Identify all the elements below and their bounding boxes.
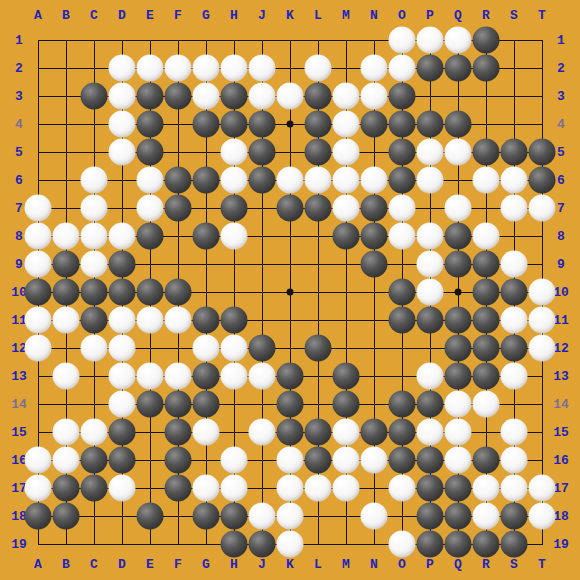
white-stone-b13 <box>53 363 80 390</box>
column-label-bottom-h: H <box>230 557 238 572</box>
row-label-right-8: 8 <box>557 229 565 244</box>
black-stone-q12 <box>445 335 472 362</box>
black-stone-k14 <box>277 391 304 418</box>
white-stone-c7 <box>81 195 108 222</box>
white-stone-k17 <box>277 475 304 502</box>
black-stone-c17 <box>81 475 108 502</box>
row-label-right-11: 11 <box>553 313 569 328</box>
black-stone-c10 <box>81 279 108 306</box>
white-stone-p6 <box>417 167 444 194</box>
white-stone-o2 <box>389 55 416 82</box>
white-stone-k19 <box>277 531 304 558</box>
row-label-left-2: 2 <box>15 61 23 76</box>
black-stone-o14 <box>389 391 416 418</box>
black-stone-q8 <box>445 223 472 250</box>
column-label-top-g: G <box>202 8 210 23</box>
white-stone-d5 <box>109 139 136 166</box>
white-stone-o8 <box>389 223 416 250</box>
black-stone-d16 <box>109 447 136 474</box>
black-stone-o5 <box>389 139 416 166</box>
black-stone-n9 <box>361 251 388 278</box>
white-stone-s7 <box>501 195 528 222</box>
black-stone-r11 <box>473 307 500 334</box>
white-stone-r14 <box>473 391 500 418</box>
white-stone-d13 <box>109 363 136 390</box>
black-stone-m14 <box>333 391 360 418</box>
row-label-left-9: 9 <box>15 257 23 272</box>
white-stone-k3 <box>277 83 304 110</box>
black-stone-g14 <box>193 391 220 418</box>
white-stone-a9 <box>25 251 52 278</box>
white-stone-a12 <box>25 335 52 362</box>
black-stone-e14 <box>137 391 164 418</box>
white-stone-m3 <box>333 83 360 110</box>
white-stone-h16 <box>221 447 248 474</box>
column-label-bottom-e: E <box>146 557 154 572</box>
black-stone-t5 <box>529 139 556 166</box>
white-stone-r6 <box>473 167 500 194</box>
black-stone-p14 <box>417 391 444 418</box>
white-stone-n18 <box>361 503 388 530</box>
black-stone-h18 <box>221 503 248 530</box>
black-stone-n7 <box>361 195 388 222</box>
column-label-bottom-d: D <box>118 557 126 572</box>
row-label-left-3: 3 <box>15 89 23 104</box>
black-stone-b18 <box>53 503 80 530</box>
black-stone-e4 <box>137 111 164 138</box>
white-stone-q7 <box>445 195 472 222</box>
black-stone-r19 <box>473 531 500 558</box>
black-stone-e5 <box>137 139 164 166</box>
black-stone-j19 <box>249 531 276 558</box>
column-label-bottom-a: A <box>34 557 42 572</box>
white-stone-b8 <box>53 223 80 250</box>
white-stone-n3 <box>361 83 388 110</box>
column-label-bottom-p: P <box>426 557 434 572</box>
column-label-top-d: D <box>118 8 126 23</box>
row-label-right-19: 19 <box>553 537 569 552</box>
black-stone-q2 <box>445 55 472 82</box>
row-label-left-14: 14 <box>11 397 27 412</box>
column-label-bottom-g: G <box>202 557 210 572</box>
black-stone-k7 <box>277 195 304 222</box>
row-label-right-9: 9 <box>557 257 565 272</box>
white-stone-r18 <box>473 503 500 530</box>
column-label-bottom-o: O <box>398 557 406 572</box>
row-label-left-5: 5 <box>15 145 23 160</box>
black-stone-k13 <box>277 363 304 390</box>
white-stone-m7 <box>333 195 360 222</box>
white-stone-s11 <box>501 307 528 334</box>
white-stone-s6 <box>501 167 528 194</box>
white-stone-e7 <box>137 195 164 222</box>
black-stone-f15 <box>165 419 192 446</box>
column-label-bottom-r: R <box>482 557 490 572</box>
black-stone-l4 <box>305 111 332 138</box>
row-label-right-7: 7 <box>557 201 565 216</box>
black-stone-j5 <box>249 139 276 166</box>
white-stone-q15 <box>445 419 472 446</box>
black-stone-d10 <box>109 279 136 306</box>
white-stone-k6 <box>277 167 304 194</box>
row-label-left-4: 4 <box>15 117 23 132</box>
white-stone-g15 <box>193 419 220 446</box>
black-stone-p2 <box>417 55 444 82</box>
column-label-top-k: K <box>286 8 294 23</box>
column-label-top-b: B <box>62 8 70 23</box>
black-stone-a18 <box>25 503 52 530</box>
white-stone-h6 <box>221 167 248 194</box>
column-label-top-n: N <box>370 8 378 23</box>
row-label-right-4: 4 <box>557 117 565 132</box>
row-label-right-1: 1 <box>557 33 565 48</box>
white-stone-a17 <box>25 475 52 502</box>
black-stone-s19 <box>501 531 528 558</box>
black-stone-r12 <box>473 335 500 362</box>
white-stone-p5 <box>417 139 444 166</box>
white-stone-g17 <box>193 475 220 502</box>
black-stone-s18 <box>501 503 528 530</box>
column-label-bottom-k: K <box>286 557 294 572</box>
column-label-top-a: A <box>34 8 42 23</box>
black-stone-m8 <box>333 223 360 250</box>
white-stone-p1 <box>417 27 444 54</box>
black-stone-e3 <box>137 83 164 110</box>
column-label-bottom-s: S <box>510 557 518 572</box>
star-point-k10 <box>287 289 294 296</box>
white-stone-j2 <box>249 55 276 82</box>
white-stone-s17 <box>501 475 528 502</box>
black-stone-e18 <box>137 503 164 530</box>
black-stone-h19 <box>221 531 248 558</box>
column-label-bottom-c: C <box>90 557 98 572</box>
white-stone-d8 <box>109 223 136 250</box>
white-stone-n2 <box>361 55 388 82</box>
black-stone-m13 <box>333 363 360 390</box>
white-stone-m17 <box>333 475 360 502</box>
column-label-top-c: C <box>90 8 98 23</box>
white-stone-d3 <box>109 83 136 110</box>
column-label-top-j: J <box>258 8 266 23</box>
black-stone-o15 <box>389 419 416 446</box>
black-stone-q18 <box>445 503 472 530</box>
black-stone-r5 <box>473 139 500 166</box>
go-board[interactable]: AABBCCDDEEFFGGHHJJKKLLMMNNOOPPQQRRSSTT11… <box>0 0 580 580</box>
black-stone-f14 <box>165 391 192 418</box>
column-label-bottom-j: J <box>258 557 266 572</box>
black-stone-b9 <box>53 251 80 278</box>
white-stone-p10 <box>417 279 444 306</box>
black-stone-o11 <box>389 307 416 334</box>
white-stone-o1 <box>389 27 416 54</box>
black-stone-b10 <box>53 279 80 306</box>
white-stone-p9 <box>417 251 444 278</box>
white-stone-s9 <box>501 251 528 278</box>
black-stone-a10 <box>25 279 52 306</box>
column-label-bottom-m: M <box>342 557 350 572</box>
white-stone-e13 <box>137 363 164 390</box>
black-stone-q9 <box>445 251 472 278</box>
black-stone-j4 <box>249 111 276 138</box>
white-stone-a8 <box>25 223 52 250</box>
black-stone-l5 <box>305 139 332 166</box>
row-label-left-13: 13 <box>11 369 27 384</box>
black-stone-e10 <box>137 279 164 306</box>
black-stone-l12 <box>305 335 332 362</box>
white-stone-h13 <box>221 363 248 390</box>
white-stone-b11 <box>53 307 80 334</box>
white-stone-l2 <box>305 55 332 82</box>
black-stone-g18 <box>193 503 220 530</box>
black-stone-r10 <box>473 279 500 306</box>
black-stone-q4 <box>445 111 472 138</box>
white-stone-k16 <box>277 447 304 474</box>
black-stone-n8 <box>361 223 388 250</box>
black-stone-g13 <box>193 363 220 390</box>
row-label-right-3: 3 <box>557 89 565 104</box>
column-label-bottom-q: Q <box>454 557 462 572</box>
white-stone-t7 <box>529 195 556 222</box>
black-stone-d9 <box>109 251 136 278</box>
black-stone-c3 <box>81 83 108 110</box>
white-stone-s13 <box>501 363 528 390</box>
white-stone-t11 <box>529 307 556 334</box>
black-stone-p18 <box>417 503 444 530</box>
black-stone-p19 <box>417 531 444 558</box>
white-stone-b15 <box>53 419 80 446</box>
white-stone-k18 <box>277 503 304 530</box>
black-stone-g4 <box>193 111 220 138</box>
white-stone-o17 <box>389 475 416 502</box>
column-label-bottom-n: N <box>370 557 378 572</box>
white-stone-d12 <box>109 335 136 362</box>
column-label-top-h: H <box>230 8 238 23</box>
white-stone-m15 <box>333 419 360 446</box>
black-stone-q13 <box>445 363 472 390</box>
white-stone-h2 <box>221 55 248 82</box>
row-label-left-7: 7 <box>15 201 23 216</box>
row-label-right-6: 6 <box>557 173 565 188</box>
white-stone-g12 <box>193 335 220 362</box>
column-label-top-p: P <box>426 8 434 23</box>
black-stone-g8 <box>193 223 220 250</box>
black-stone-n4 <box>361 111 388 138</box>
white-stone-h5 <box>221 139 248 166</box>
column-label-top-f: F <box>174 8 182 23</box>
white-stone-c8 <box>81 223 108 250</box>
white-stone-d17 <box>109 475 136 502</box>
white-stone-j15 <box>249 419 276 446</box>
row-label-right-15: 15 <box>553 425 569 440</box>
white-stone-h17 <box>221 475 248 502</box>
black-stone-e8 <box>137 223 164 250</box>
white-stone-g2 <box>193 55 220 82</box>
white-stone-q14 <box>445 391 472 418</box>
black-stone-l3 <box>305 83 332 110</box>
black-stone-s10 <box>501 279 528 306</box>
column-label-bottom-f: F <box>174 557 182 572</box>
row-label-right-10: 10 <box>553 285 569 300</box>
row-label-right-18: 18 <box>553 509 569 524</box>
row-label-right-5: 5 <box>557 145 565 160</box>
row-label-right-14: 14 <box>553 397 569 412</box>
white-stone-m16 <box>333 447 360 474</box>
column-label-top-r: R <box>482 8 490 23</box>
white-stone-b16 <box>53 447 80 474</box>
black-stone-o10 <box>389 279 416 306</box>
white-stone-m6 <box>333 167 360 194</box>
white-stone-p15 <box>417 419 444 446</box>
black-stone-p4 <box>417 111 444 138</box>
black-stone-o3 <box>389 83 416 110</box>
black-stone-q11 <box>445 307 472 334</box>
column-label-top-l: L <box>314 8 322 23</box>
row-label-left-19: 19 <box>11 537 27 552</box>
white-stone-s16 <box>501 447 528 474</box>
white-stone-c12 <box>81 335 108 362</box>
white-stone-j18 <box>249 503 276 530</box>
white-stone-t10 <box>529 279 556 306</box>
black-stone-f16 <box>165 447 192 474</box>
black-stone-o6 <box>389 167 416 194</box>
black-stone-q19 <box>445 531 472 558</box>
black-stone-g11 <box>193 307 220 334</box>
white-stone-a16 <box>25 447 52 474</box>
column-label-bottom-b: B <box>62 557 70 572</box>
black-stone-t6 <box>529 167 556 194</box>
white-stone-h8 <box>221 223 248 250</box>
black-stone-h7 <box>221 195 248 222</box>
row-label-left-8: 8 <box>15 229 23 244</box>
black-stone-n15 <box>361 419 388 446</box>
white-stone-j13 <box>249 363 276 390</box>
row-label-right-16: 16 <box>553 453 569 468</box>
white-stone-d2 <box>109 55 136 82</box>
black-stone-o4 <box>389 111 416 138</box>
black-stone-c11 <box>81 307 108 334</box>
white-stone-g3 <box>193 83 220 110</box>
column-label-bottom-l: L <box>314 557 322 572</box>
white-stone-p13 <box>417 363 444 390</box>
column-label-top-m: M <box>342 8 350 23</box>
white-stone-m5 <box>333 139 360 166</box>
column-label-top-e: E <box>146 8 154 23</box>
black-stone-l15 <box>305 419 332 446</box>
black-stone-h11 <box>221 307 248 334</box>
white-stone-q5 <box>445 139 472 166</box>
white-stone-o19 <box>389 531 416 558</box>
black-stone-j12 <box>249 335 276 362</box>
black-stone-s5 <box>501 139 528 166</box>
black-stone-j6 <box>249 167 276 194</box>
black-stone-f6 <box>165 167 192 194</box>
black-stone-r2 <box>473 55 500 82</box>
white-stone-n6 <box>361 167 388 194</box>
white-stone-m4 <box>333 111 360 138</box>
row-label-right-17: 17 <box>553 481 569 496</box>
white-stone-f2 <box>165 55 192 82</box>
white-stone-e2 <box>137 55 164 82</box>
black-stone-f10 <box>165 279 192 306</box>
white-stone-f13 <box>165 363 192 390</box>
black-stone-q17 <box>445 475 472 502</box>
white-stone-s15 <box>501 419 528 446</box>
white-stone-a11 <box>25 307 52 334</box>
star-point-k4 <box>287 121 294 128</box>
white-stone-e11 <box>137 307 164 334</box>
white-stone-a7 <box>25 195 52 222</box>
column-label-bottom-t: T <box>538 557 546 572</box>
column-label-top-t: T <box>538 8 546 23</box>
white-stone-r8 <box>473 223 500 250</box>
white-stone-r17 <box>473 475 500 502</box>
white-stone-c15 <box>81 419 108 446</box>
star-point-q10 <box>455 289 462 296</box>
row-label-right-13: 13 <box>553 369 569 384</box>
black-stone-k15 <box>277 419 304 446</box>
row-label-left-1: 1 <box>15 33 23 48</box>
white-stone-p8 <box>417 223 444 250</box>
black-stone-r1 <box>473 27 500 54</box>
black-stone-b17 <box>53 475 80 502</box>
column-label-top-o: O <box>398 8 406 23</box>
white-stone-o7 <box>389 195 416 222</box>
black-stone-l16 <box>305 447 332 474</box>
white-stone-j3 <box>249 83 276 110</box>
white-stone-n16 <box>361 447 388 474</box>
black-stone-o16 <box>389 447 416 474</box>
row-label-left-15: 15 <box>11 425 27 440</box>
black-stone-s12 <box>501 335 528 362</box>
white-stone-f11 <box>165 307 192 334</box>
black-stone-g6 <box>193 167 220 194</box>
black-stone-p17 <box>417 475 444 502</box>
black-stone-c16 <box>81 447 108 474</box>
white-stone-d11 <box>109 307 136 334</box>
row-label-right-12: 12 <box>553 341 569 356</box>
black-stone-r9 <box>473 251 500 278</box>
white-stone-e6 <box>137 167 164 194</box>
white-stone-q16 <box>445 447 472 474</box>
black-stone-p11 <box>417 307 444 334</box>
row-label-right-2: 2 <box>557 61 565 76</box>
black-stone-d15 <box>109 419 136 446</box>
black-stone-f17 <box>165 475 192 502</box>
white-stone-d14 <box>109 391 136 418</box>
black-stone-p16 <box>417 447 444 474</box>
column-label-top-q: Q <box>454 8 462 23</box>
white-stone-c9 <box>81 251 108 278</box>
row-label-left-6: 6 <box>15 173 23 188</box>
white-stone-h12 <box>221 335 248 362</box>
white-stone-l17 <box>305 475 332 502</box>
black-stone-h3 <box>221 83 248 110</box>
white-stone-t17 <box>529 475 556 502</box>
white-stone-d4 <box>109 111 136 138</box>
black-stone-r13 <box>473 363 500 390</box>
white-stone-t12 <box>529 335 556 362</box>
column-label-top-s: S <box>510 8 518 23</box>
white-stone-l6 <box>305 167 332 194</box>
black-stone-f3 <box>165 83 192 110</box>
white-stone-q1 <box>445 27 472 54</box>
black-stone-f7 <box>165 195 192 222</box>
white-stone-c6 <box>81 167 108 194</box>
black-stone-l7 <box>305 195 332 222</box>
white-stone-t18 <box>529 503 556 530</box>
black-stone-r16 <box>473 447 500 474</box>
black-stone-h4 <box>221 111 248 138</box>
